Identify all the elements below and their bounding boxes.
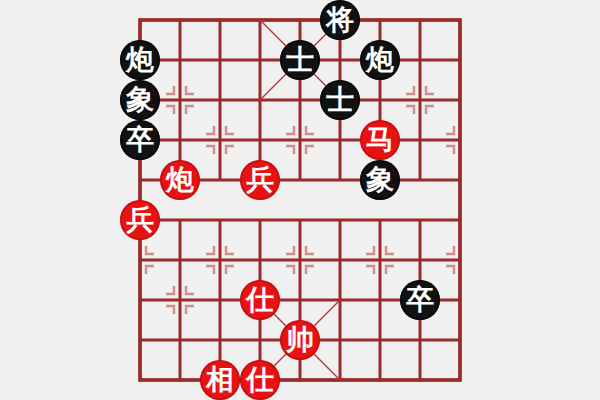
piece-red-horse[interactable]: 马 bbox=[360, 120, 400, 160]
piece-red-elephant[interactable]: 相 bbox=[200, 360, 240, 400]
piece-black-elephant-a[interactable]: 象 bbox=[120, 80, 160, 120]
board-grid[interactable]: 将炮士炮象士卒象卒马炮兵兵仕帅相仕 bbox=[120, 0, 480, 400]
piece-black-advisor-a[interactable]: 士 bbox=[280, 40, 320, 80]
piece-red-soldier-a[interactable]: 兵 bbox=[240, 160, 280, 200]
piece-black-soldier-a[interactable]: 卒 bbox=[120, 120, 160, 160]
piece-black-cannon-a[interactable]: 炮 bbox=[120, 40, 160, 80]
xiangqi-board: 将炮士炮象士卒象卒马炮兵兵仕帅相仕 bbox=[0, 0, 600, 400]
piece-red-cannon[interactable]: 炮 bbox=[160, 160, 200, 200]
piece-black-soldier-b[interactable]: 卒 bbox=[400, 280, 440, 320]
piece-red-soldier-b[interactable]: 兵 bbox=[120, 200, 160, 240]
piece-red-advisor-b[interactable]: 仕 bbox=[240, 360, 280, 400]
piece-black-elephant-b[interactable]: 象 bbox=[360, 160, 400, 200]
piece-black-advisor-b[interactable]: 士 bbox=[320, 80, 360, 120]
piece-red-advisor-a[interactable]: 仕 bbox=[240, 280, 280, 320]
piece-black-general[interactable]: 将 bbox=[320, 0, 360, 40]
piece-black-cannon-b[interactable]: 炮 bbox=[360, 40, 400, 80]
piece-red-general[interactable]: 帅 bbox=[280, 320, 320, 360]
